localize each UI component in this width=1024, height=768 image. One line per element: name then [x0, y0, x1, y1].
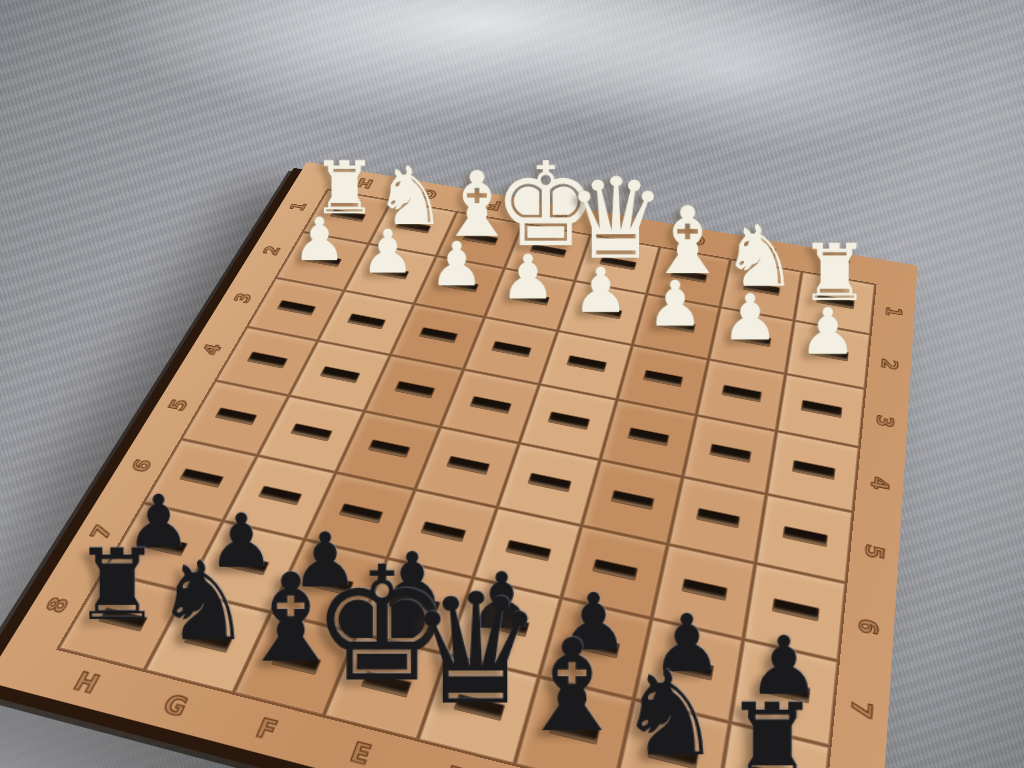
scene: HGFEDCBA HGFEDCBA 12345678 12345678 ♜♞♝♚…: [0, 0, 1024, 768]
piece-black-rook[interactable]: ♜: [73, 542, 161, 630]
piece-slot: [278, 301, 315, 315]
square-c8[interactable]: ♝: [515, 678, 631, 768]
piece-white-pawn[interactable]: ♟: [573, 263, 629, 319]
piece-slot: [697, 509, 739, 528]
piece-white-pawn[interactable]: ♟: [361, 225, 415, 279]
piece-black-knight[interactable]: ♞: [618, 663, 723, 768]
piece-slot: [784, 527, 827, 547]
board-grid: ♜♞♝♚♛♝♞♜♟♟♟♟♟♟♟♟♟♟♟♟♟♟♟♟♜♞♝♚♛♝♞♜: [56, 189, 877, 768]
piece-slot: [549, 412, 589, 429]
piece-slot: [802, 401, 841, 417]
piece-black-bishop[interactable]: ♝: [514, 629, 629, 744]
piece-slot: [248, 352, 286, 367]
piece-slot: [448, 456, 489, 474]
piece-white-pawn[interactable]: ♟: [501, 250, 556, 305]
piece-slot: [529, 473, 571, 491]
piece-white-pawn[interactable]: ♟: [799, 303, 856, 361]
piece-slot: [395, 382, 434, 398]
piece-slot: [644, 371, 682, 387]
piece-slot: [321, 367, 360, 383]
piece-slot: [420, 328, 457, 343]
piece-white-pawn[interactable]: ♟: [722, 290, 779, 347]
square-b8[interactable]: ♞: [615, 701, 729, 768]
piece-slot: [369, 440, 410, 457]
chess-board: HGFEDCBA HGFEDCBA 12345678 12345678 ♜♞♝♚…: [0, 162, 918, 768]
square-d5[interactable]: [499, 444, 599, 524]
square-d3[interactable]: [541, 331, 632, 398]
piece-slot: [710, 444, 751, 461]
page-root: { "game": { "name": "chess", "descriptio…: [0, 0, 1024, 768]
piece-slot: [794, 461, 835, 479]
piece-slot: [216, 408, 256, 425]
piece-slot: [471, 397, 510, 413]
piece-black-rook[interactable]: ♜: [724, 696, 821, 768]
piece-slot: [493, 342, 531, 357]
piece-white-pawn[interactable]: ♟: [647, 276, 703, 332]
square-b5[interactable]: [669, 478, 766, 562]
piece-slot: [291, 424, 331, 441]
piece-slot: [774, 599, 819, 621]
piece-slot: [568, 356, 606, 371]
piece-white-pawn[interactable]: ♟: [430, 238, 484, 293]
piece-slot: [612, 491, 654, 510]
piece-slot: [348, 314, 385, 328]
piece-slot: [629, 428, 669, 445]
square-d4[interactable]: [520, 385, 615, 458]
piece-slot: [722, 386, 761, 402]
square-a8[interactable]: ♜: [717, 724, 829, 768]
